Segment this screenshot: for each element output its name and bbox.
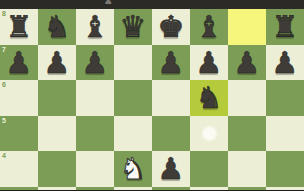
square-h4[interactable] xyxy=(266,151,304,187)
square-c6[interactable] xyxy=(76,80,114,116)
piece-white-knight-d4[interactable]: ♞ xyxy=(114,151,152,187)
square-d8[interactable]: ♛ xyxy=(114,9,152,45)
rank-label-4: 4 xyxy=(2,152,6,159)
square-b7[interactable]: ♟ xyxy=(38,45,76,81)
square-c5[interactable] xyxy=(76,116,114,152)
square-e8[interactable]: ♚ xyxy=(152,9,190,45)
square-f8[interactable]: ♝ xyxy=(190,9,228,45)
square-f5[interactable] xyxy=(190,116,228,152)
square-b3[interactable] xyxy=(38,187,76,191)
square-b4[interactable] xyxy=(38,151,76,187)
square-e3[interactable] xyxy=(152,187,190,191)
square-h7[interactable]: ♟ xyxy=(266,45,304,81)
chess-board[interactable]: 8♜♞♝♛♚♝♜7♟♟♟♟♟♟♟6♞54♞♟ xyxy=(0,9,304,190)
piece-black-pawn-g7[interactable]: ♟ xyxy=(228,45,266,81)
piece-black-pawn-b7[interactable]: ♟ xyxy=(38,45,76,81)
square-f3[interactable] xyxy=(190,187,228,191)
top-bar-piece-icon: ♟ xyxy=(104,0,113,6)
square-a5[interactable]: 5 xyxy=(0,116,38,152)
square-a3[interactable] xyxy=(0,187,38,191)
square-h3[interactable] xyxy=(266,187,304,191)
piece-black-queen-d8[interactable]: ♛ xyxy=(114,9,152,45)
square-h6[interactable] xyxy=(266,80,304,116)
square-d7[interactable] xyxy=(114,45,152,81)
piece-black-pawn-c7[interactable]: ♟ xyxy=(76,45,114,81)
piece-black-rook-h8[interactable]: ♜ xyxy=(266,9,304,45)
piece-black-bishop-c8[interactable]: ♝ xyxy=(76,9,114,45)
square-g7[interactable]: ♟ xyxy=(228,45,266,81)
square-c7[interactable]: ♟ xyxy=(76,45,114,81)
piece-black-pawn-h7[interactable]: ♟ xyxy=(266,45,304,81)
square-h8[interactable]: ♜ xyxy=(266,9,304,45)
square-a7[interactable]: 7♟ xyxy=(0,45,38,81)
square-d4[interactable]: ♞ xyxy=(114,151,152,187)
square-b8[interactable]: ♞ xyxy=(38,9,76,45)
square-e5[interactable] xyxy=(152,116,190,152)
square-g3[interactable] xyxy=(228,187,266,191)
square-d5[interactable] xyxy=(114,116,152,152)
square-a8[interactable]: 8♜ xyxy=(0,9,38,45)
piece-black-pawn-f7[interactable]: ♟ xyxy=(190,45,228,81)
top-bar: ♟ xyxy=(0,0,304,9)
piece-black-knight-f6[interactable]: ♞ xyxy=(190,80,228,116)
piece-black-knight-b8[interactable]: ♞ xyxy=(38,9,76,45)
square-e7[interactable]: ♟ xyxy=(152,45,190,81)
square-c8[interactable]: ♝ xyxy=(76,9,114,45)
square-a4[interactable]: 4 xyxy=(0,151,38,187)
square-c3[interactable] xyxy=(76,187,114,191)
square-e6[interactable] xyxy=(152,80,190,116)
square-g4[interactable] xyxy=(228,151,266,187)
piece-black-pawn-e7[interactable]: ♟ xyxy=(152,45,190,81)
piece-black-pawn-e4[interactable]: ♟ xyxy=(152,151,190,187)
square-g6[interactable] xyxy=(228,80,266,116)
square-g8[interactable] xyxy=(228,9,266,45)
square-h5[interactable] xyxy=(266,116,304,152)
move-hint-dot xyxy=(201,125,218,142)
square-f7[interactable]: ♟ xyxy=(190,45,228,81)
piece-black-rook-a8[interactable]: ♜ xyxy=(0,9,38,45)
rank-label-6: 6 xyxy=(2,81,6,88)
square-e4[interactable]: ♟ xyxy=(152,151,190,187)
square-d3[interactable] xyxy=(114,187,152,191)
square-d6[interactable] xyxy=(114,80,152,116)
square-f4[interactable] xyxy=(190,151,228,187)
piece-black-pawn-a7[interactable]: ♟ xyxy=(0,45,38,81)
rank-label-5: 5 xyxy=(2,117,6,124)
square-f6[interactable]: ♞ xyxy=(190,80,228,116)
piece-black-bishop-f8[interactable]: ♝ xyxy=(190,9,228,45)
chess-app-screen: ♟ 8♜♞♝♛♚♝♜7♟♟♟♟♟♟♟6♞54♞♟ xyxy=(0,0,304,190)
square-g5[interactable] xyxy=(228,116,266,152)
square-b6[interactable] xyxy=(38,80,76,116)
piece-black-king-e8[interactable]: ♚ xyxy=(152,9,190,45)
square-a6[interactable]: 6 xyxy=(0,80,38,116)
square-c4[interactable] xyxy=(76,151,114,187)
square-b5[interactable] xyxy=(38,116,76,152)
